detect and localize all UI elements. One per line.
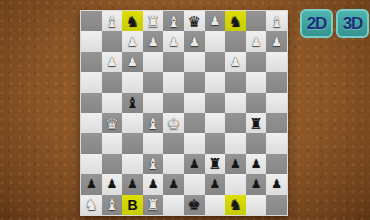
square-r4c5[interactable]	[163, 72, 184, 92]
piece-white-pawn: ♟	[107, 56, 118, 68]
square-r8c7[interactable]: ♜	[205, 154, 226, 174]
square-r5c1[interactable]	[81, 93, 102, 113]
square-r5c3[interactable]: ♝	[122, 93, 143, 113]
square-r6c10[interactable]	[266, 113, 287, 133]
square-r1c2[interactable]: ♝	[102, 11, 123, 31]
square-r9c4[interactable]: ♟	[143, 174, 164, 194]
piece-black-pawn: ♟	[168, 178, 179, 190]
square-r1c8[interactable]: ♞	[225, 11, 246, 31]
square-r4c3[interactable]	[122, 72, 143, 92]
square-r1c1[interactable]	[81, 11, 102, 31]
square-r5c9[interactable]	[246, 93, 267, 113]
square-r2c1[interactable]	[81, 31, 102, 51]
piece-black-pawn: ♟	[251, 178, 262, 190]
piece-black-queen: ♛	[188, 14, 201, 29]
piece-white-bishop: ♝	[270, 14, 283, 29]
square-r1c4[interactable]: ♜	[143, 11, 164, 31]
square-r6c8[interactable]	[225, 113, 246, 133]
square-r10c3[interactable]: B	[122, 195, 143, 215]
square-r7c3[interactable]	[122, 133, 143, 153]
square-r5c4[interactable]	[143, 93, 164, 113]
piece-white-bishop: ♝	[105, 197, 118, 212]
square-r1c7[interactable]: ♟	[205, 11, 226, 31]
square-r1c5[interactable]: ♝	[163, 11, 184, 31]
piece-black-pawn: ♟	[189, 158, 200, 170]
square-r5c6[interactable]	[184, 93, 205, 113]
square-r1c6[interactable]: ♛	[184, 11, 205, 31]
piece-white-pawn: ♟	[189, 36, 200, 48]
piece-white-pawn: ♟	[210, 15, 221, 27]
square-r9c9[interactable]: ♟	[246, 174, 267, 194]
piece-white-bishop: ♝	[146, 156, 159, 171]
piece-white-queen: ♛	[105, 116, 118, 131]
square-r10c4[interactable]: ♜	[143, 195, 164, 215]
square-r5c8[interactable]	[225, 93, 246, 113]
square-r2c2[interactable]	[102, 31, 123, 51]
piece-black-pawn: ♟	[86, 178, 97, 190]
piece-white-pawn: ♟	[148, 36, 159, 48]
square-r10c5[interactable]	[163, 195, 184, 215]
square-r2c9[interactable]: ♟	[246, 31, 267, 51]
square-r5c10[interactable]	[266, 93, 287, 113]
piece-black-pawn: ♟	[230, 158, 241, 170]
piece-white-knight: ♞	[85, 197, 98, 212]
piece-white-king: ♚	[167, 116, 180, 131]
square-r8c6[interactable]: ♟	[184, 154, 205, 174]
view-toggle: 2D 3D	[300, 9, 369, 38]
square-r7c8[interactable]	[225, 133, 246, 153]
square-r10c1[interactable]: ♞	[81, 195, 102, 215]
piece-black-knight: ♞	[126, 14, 139, 29]
square-r2c10[interactable]: ♟	[266, 31, 287, 51]
square-r7c4[interactable]	[143, 133, 164, 153]
square-r10c2[interactable]: ♝	[102, 195, 123, 215]
game-scene: ♝♞♜♝♛♟♞♝♟♟♟♟♟♟♟♟♟♝♛♝♚♜♝♟♜♟♟♟♟♟♟♟♟♟♟♞♝B♜♚…	[0, 0, 370, 220]
piece-black-pawn: ♟	[210, 178, 221, 190]
square-r2c4[interactable]: ♟	[143, 31, 164, 51]
piece-white-rook: ♜	[146, 14, 159, 29]
square-r4c7[interactable]	[205, 72, 226, 92]
square-r7c7[interactable]	[205, 133, 226, 153]
square-r4c9[interactable]	[246, 72, 267, 92]
square-r5c2[interactable]	[102, 93, 123, 113]
square-r9c2[interactable]: ♟	[102, 174, 123, 194]
piece-black-knight: ♞	[229, 14, 242, 29]
square-r1c10[interactable]: ♝	[266, 11, 287, 31]
piece-black-rook: ♜	[249, 116, 262, 131]
square-r7c10[interactable]	[266, 133, 287, 153]
square-r3c1[interactable]	[81, 52, 102, 72]
piece-white-bishop: ♝	[105, 14, 118, 29]
board: ♝♞♜♝♛♟♞♝♟♟♟♟♟♟♟♟♟♝♛♝♚♜♝♟♜♟♟♟♟♟♟♟♟♟♟♞♝B♜♚…	[80, 10, 288, 216]
square-r4c8[interactable]	[225, 72, 246, 92]
piece-letter-B: B	[127, 198, 137, 212]
piece-white-rook: ♜	[146, 197, 159, 212]
square-r8c5[interactable]	[163, 154, 184, 174]
piece-white-pawn: ♟	[230, 56, 241, 68]
square-r3c9[interactable]	[246, 52, 267, 72]
square-r6c2[interactable]: ♛	[102, 113, 123, 133]
square-r10c6[interactable]: ♚	[184, 195, 205, 215]
square-r6c4[interactable]: ♝	[143, 113, 164, 133]
square-r7c2[interactable]	[102, 133, 123, 153]
square-r10c8[interactable]: ♞	[225, 195, 246, 215]
piece-black-king: ♚	[188, 197, 201, 212]
square-r9c8[interactable]	[225, 174, 246, 194]
square-r1c3[interactable]: ♞	[122, 11, 143, 31]
square-r6c5[interactable]: ♚	[163, 113, 184, 133]
square-r3c8[interactable]: ♟	[225, 52, 246, 72]
piece-black-pawn: ♟	[251, 158, 262, 170]
square-r7c6[interactable]	[184, 133, 205, 153]
piece-black-rook: ♜	[208, 156, 221, 171]
square-r8c10[interactable]	[266, 154, 287, 174]
piece-black-pawn: ♟	[148, 178, 159, 190]
square-r5c5[interactable]	[163, 93, 184, 113]
square-r8c9[interactable]: ♟	[246, 154, 267, 174]
piece-white-bishop: ♝	[167, 14, 180, 29]
square-r6c7[interactable]	[205, 113, 226, 133]
piece-black-knight: ♞	[229, 197, 242, 212]
square-r2c3[interactable]: ♟	[122, 31, 143, 51]
square-r8c4[interactable]: ♝	[143, 154, 164, 174]
square-r4c6[interactable]	[184, 72, 205, 92]
square-r8c1[interactable]	[81, 154, 102, 174]
piece-black-pawn: ♟	[127, 178, 138, 190]
square-r2c5[interactable]: ♟	[163, 31, 184, 51]
piece-black-bishop: ♝	[126, 95, 139, 110]
square-r3c5[interactable]	[163, 52, 184, 72]
square-r10c7[interactable]	[205, 195, 226, 215]
square-r6c9[interactable]: ♜	[246, 113, 267, 133]
square-r2c7[interactable]	[205, 31, 226, 51]
view-3d-button[interactable]: 3D	[336, 9, 369, 38]
piece-white-pawn: ♟	[271, 36, 282, 48]
square-r10c9[interactable]	[246, 195, 267, 215]
square-r7c9[interactable]	[246, 133, 267, 153]
square-r2c8[interactable]	[225, 31, 246, 51]
piece-white-pawn: ♟	[168, 36, 179, 48]
piece-white-pawn: ♟	[251, 36, 262, 48]
square-r9c1[interactable]: ♟	[81, 174, 102, 194]
square-r9c3[interactable]: ♟	[122, 174, 143, 194]
square-r4c4[interactable]	[143, 72, 164, 92]
square-r6c6[interactable]	[184, 113, 205, 133]
square-r7c5[interactable]	[163, 133, 184, 153]
square-r9c7[interactable]: ♟	[205, 174, 226, 194]
piece-black-pawn: ♟	[107, 178, 118, 190]
square-r1c9[interactable]	[246, 11, 267, 31]
square-r8c8[interactable]: ♟	[225, 154, 246, 174]
square-r8c3[interactable]	[122, 154, 143, 174]
square-r3c4[interactable]	[143, 52, 164, 72]
square-r3c6[interactable]	[184, 52, 205, 72]
piece-white-bishop: ♝	[146, 116, 159, 131]
square-r3c7[interactable]	[205, 52, 226, 72]
square-r3c2[interactable]: ♟	[102, 52, 123, 72]
square-r2c6[interactable]: ♟	[184, 31, 205, 51]
square-r5c7[interactable]	[205, 93, 226, 113]
square-r3c10[interactable]	[266, 52, 287, 72]
piece-white-pawn: ♟	[127, 56, 138, 68]
square-r4c2[interactable]	[102, 72, 123, 92]
square-r9c5[interactable]: ♟	[163, 174, 184, 194]
piece-black-pawn: ♟	[271, 178, 282, 190]
square-r10c10[interactable]	[266, 195, 287, 215]
square-r6c1[interactable]	[81, 113, 102, 133]
square-r3c3[interactable]: ♟	[122, 52, 143, 72]
square-r7c1[interactable]	[81, 133, 102, 153]
square-r4c1[interactable]	[81, 72, 102, 92]
square-r9c10[interactable]: ♟	[266, 174, 287, 194]
square-r8c2[interactable]	[102, 154, 123, 174]
square-r4c10[interactable]	[266, 72, 287, 92]
square-r9c6[interactable]	[184, 174, 205, 194]
view-2d-button[interactable]: 2D	[300, 9, 333, 38]
piece-white-pawn: ♟	[127, 36, 138, 48]
square-r6c3[interactable]	[122, 113, 143, 133]
